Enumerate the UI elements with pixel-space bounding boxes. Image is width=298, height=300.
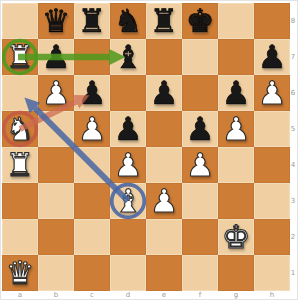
file-label-c: c [74,291,110,300]
square-e7[interactable] [146,39,182,75]
white-pawn-f4[interactable]: ♟ [186,147,215,183]
square-e2[interactable] [146,219,182,255]
file-label-g: g [218,291,254,300]
white-pawn-c5[interactable]: ♟ [78,111,107,147]
black-pawn-e6[interactable]: ♟ [150,75,179,111]
square-c8[interactable]: ♜ [74,3,110,39]
rank-label-5: 5 [289,111,297,147]
black-queen-b8[interactable]: ♛ [42,3,71,39]
black-pawn-b7[interactable]: ♟ [42,39,71,75]
square-h3[interactable] [254,183,290,219]
black-king-f8[interactable]: ♚ [186,3,215,39]
black-pawn-f5[interactable]: ♟ [186,111,215,147]
square-d4[interactable]: ♟ [110,147,146,183]
square-f7[interactable] [182,39,218,75]
square-d8[interactable]: ♞ [110,3,146,39]
square-c2[interactable] [74,219,110,255]
square-h8[interactable] [254,3,290,39]
square-c3[interactable] [74,183,110,219]
file-label-f: f [182,291,218,300]
square-a7[interactable]: ♜ [2,39,38,75]
square-h4[interactable] [254,147,290,183]
square-d3[interactable]: ♝ [110,183,146,219]
square-f5[interactable]: ♟ [182,111,218,147]
white-bishop-d3[interactable]: ♝ [114,183,143,219]
square-g8[interactable] [218,3,254,39]
white-pawn-e3[interactable]: ♟ [150,183,179,219]
square-g2[interactable]: ♚ [218,219,254,255]
square-c6[interactable]: ♟ [74,75,110,111]
square-a6[interactable] [2,75,38,111]
square-e6[interactable]: ♟ [146,75,182,111]
square-c4[interactable] [74,147,110,183]
square-a3[interactable] [2,183,38,219]
white-pawn-h6[interactable]: ♟ [258,75,287,111]
white-knight-a5[interactable]: ♞ [6,111,35,147]
black-pawn-h7[interactable]: ♟ [258,39,287,75]
square-f3[interactable] [182,183,218,219]
square-b3[interactable] [38,183,74,219]
square-f4[interactable]: ♟ [182,147,218,183]
rank-label-2: 2 [289,219,297,255]
black-pawn-d5[interactable]: ♟ [114,111,143,147]
square-b1[interactable] [38,255,74,291]
square-b6[interactable]: ♟ [38,75,74,111]
square-b7[interactable]: ♟ [38,39,74,75]
square-h5[interactable] [254,111,290,147]
file-label-e: e [146,291,182,300]
rank-label-8: 8 [289,3,297,39]
square-g3[interactable] [218,183,254,219]
square-g1[interactable] [218,255,254,291]
square-d7[interactable]: ♝ [110,39,146,75]
file-label-d: d [110,291,146,300]
chess-board: ♛♜♞♜♚♜♟♝♟♟♟♟♟♟♞♟♟♟♟♜♟♟♝♟♚♛ [2,3,290,291]
square-a4[interactable]: ♜ [2,147,38,183]
square-g5[interactable]: ♟ [218,111,254,147]
white-rook-a4[interactable]: ♜ [6,147,35,183]
rank-label-4: 4 [289,147,297,183]
black-rook-e8[interactable]: ♜ [150,3,179,39]
black-bishop-d7[interactable]: ♝ [114,39,143,75]
white-pawn-g5[interactable]: ♟ [222,111,251,147]
white-pawn-b6[interactable]: ♟ [42,75,71,111]
rank-label-1: 1 [289,255,297,291]
square-c7[interactable] [74,39,110,75]
board-area: ♛♜♞♜♚♜♟♝♟♟♟♟♟♟♞♟♟♟♟♜♟♟♝♟♚♛ [2,3,290,291]
square-b2[interactable] [38,219,74,255]
rank-label-3: 3 [289,183,297,219]
white-queen-a1[interactable]: ♛ [6,255,35,291]
rank-coordinates: 87654321 [289,3,297,291]
square-b5[interactable] [38,111,74,147]
square-g7[interactable] [218,39,254,75]
black-pawn-c6[interactable]: ♟ [78,75,107,111]
rank-label-7: 7 [289,39,297,75]
square-b4[interactable] [38,147,74,183]
square-b8[interactable]: ♛ [38,3,74,39]
file-coordinates: abcdefgh [2,291,290,300]
file-label-h: h [254,291,290,300]
square-f8[interactable]: ♚ [182,3,218,39]
square-d2[interactable] [110,219,146,255]
square-h2[interactable] [254,219,290,255]
square-g4[interactable] [218,147,254,183]
white-rook-a7[interactable]: ♜ [6,39,35,75]
square-e4[interactable] [146,147,182,183]
rank-label-6: 6 [289,75,297,111]
square-c5[interactable]: ♟ [74,111,110,147]
file-label-a: a [2,291,38,300]
square-f2[interactable] [182,219,218,255]
square-d1[interactable] [110,255,146,291]
square-a5[interactable]: ♞ [2,111,38,147]
white-pawn-d4[interactable]: ♟ [114,147,143,183]
square-g6[interactable]: ♟ [218,75,254,111]
square-e8[interactable]: ♜ [146,3,182,39]
black-knight-d8[interactable]: ♞ [114,3,143,39]
square-f6[interactable] [182,75,218,111]
square-f1[interactable] [182,255,218,291]
square-h1[interactable] [254,255,290,291]
white-king-g2[interactable]: ♚ [222,219,251,255]
square-a8[interactable] [2,3,38,39]
chess-board-widget: ♛♜♞♜♚♜♟♝♟♟♟♟♟♟♞♟♟♟♟♜♟♟♝♟♚♛ 87654321 abcd… [0,0,298,300]
square-a1[interactable]: ♛ [2,255,38,291]
file-label-b: b [38,291,74,300]
square-h7[interactable]: ♟ [254,39,290,75]
square-h6[interactable]: ♟ [254,75,290,111]
square-d5[interactable]: ♟ [110,111,146,147]
black-rook-c8[interactable]: ♜ [78,3,107,39]
square-e3[interactable]: ♟ [146,183,182,219]
square-e5[interactable] [146,111,182,147]
square-e1[interactable] [146,255,182,291]
square-c1[interactable] [74,255,110,291]
square-a2[interactable] [2,219,38,255]
square-d6[interactable] [110,75,146,111]
black-pawn-g6[interactable]: ♟ [222,75,251,111]
